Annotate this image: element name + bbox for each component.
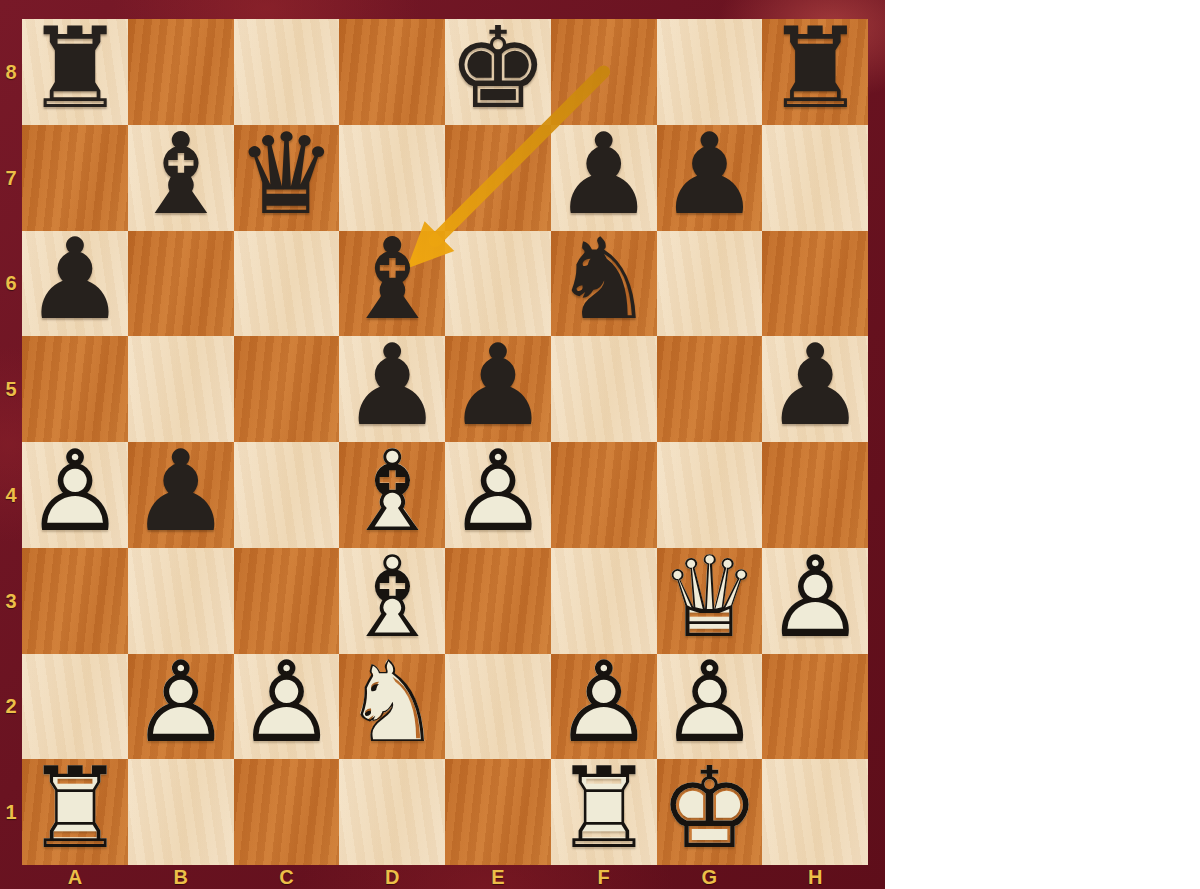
white-pawn-icon: ♟ [553,646,653,758]
white-bishop-outline-icon: ♗ [342,434,442,546]
black-rook-icon: ♜ [25,11,125,123]
rank-label-5: 5 [0,378,22,400]
white-pawn-outline-icon: ♙ [659,646,759,758]
square-a2 [22,654,128,760]
white-queen-outline-icon: ♕ [659,540,759,652]
rank-label-7: 7 [0,167,22,189]
white-bishop-outline-icon: ♗ [342,540,442,652]
square-c4 [234,442,340,548]
black-queen-icon: ♛ [236,117,336,229]
piece-white-pawn-h3: ♟♙ [762,548,868,654]
square-b6 [128,231,234,337]
piece-white-bishop-d4: ♝♗ [339,442,445,548]
chess-board-grid: ♜♚♜♝♛♟♟♟♝♞♟♟♟♟♙♟♝♗♟♙♝♗♛♕♟♙♟♙♟♙♞♘♟♙♟♙♜♖♜♖… [22,19,868,865]
white-pawn-outline-icon: ♙ [236,646,336,758]
square-c1 [234,759,340,865]
piece-black-bishop-b7: ♝ [128,125,234,231]
square-a7 [22,125,128,231]
piece-white-pawn-b2: ♟♙ [128,654,234,760]
piece-white-pawn-e4: ♟♙ [445,442,551,548]
square-h5: ♟ [762,336,868,442]
square-d3: ♝♗ [339,548,445,654]
piece-black-rook-h8: ♜ [762,19,868,125]
file-label-c: C [266,865,306,889]
black-king-icon: ♚ [448,11,548,123]
file-label-h: H [795,865,835,889]
square-d4: ♝♗ [339,442,445,548]
rank-label-6: 6 [0,272,22,294]
white-rook-outline-icon: ♖ [553,752,653,864]
square-b4: ♟ [128,442,234,548]
piece-black-pawn-d5: ♟ [339,336,445,442]
piece-black-rook-a8: ♜ [22,19,128,125]
rank-label-3: 3 [0,590,22,612]
piece-black-king-e8: ♚ [445,19,551,125]
square-g4 [657,442,763,548]
file-label-e: E [478,865,518,889]
square-e5: ♟ [445,336,551,442]
black-pawn-icon: ♟ [448,329,548,441]
square-f5 [551,336,657,442]
file-label-a: A [55,865,95,889]
white-pawn-outline-icon: ♙ [25,434,125,546]
rank-label-1: 1 [0,801,22,823]
square-c8 [234,19,340,125]
file-label-b: B [161,865,201,889]
square-d5: ♟ [339,336,445,442]
white-pawn-icon: ♟ [25,434,125,546]
black-pawn-icon: ♟ [342,329,442,441]
piece-white-king-g1: ♚♔ [657,759,763,865]
square-d6: ♝ [339,231,445,337]
square-h7 [762,125,868,231]
square-e8: ♚ [445,19,551,125]
file-label-d: D [372,865,412,889]
square-b3 [128,548,234,654]
file-label-g: G [689,865,729,889]
square-c3 [234,548,340,654]
square-b7: ♝ [128,125,234,231]
white-pawn-outline-icon: ♙ [448,434,548,546]
square-a6: ♟ [22,231,128,337]
square-h4 [762,442,868,548]
square-h8: ♜ [762,19,868,125]
black-pawn-icon: ♟ [130,434,230,546]
square-f6: ♞ [551,231,657,337]
piece-white-knight-d2: ♞♘ [339,654,445,760]
black-bishop-icon: ♝ [130,117,230,229]
white-pawn-outline-icon: ♙ [553,646,653,758]
square-h3: ♟♙ [762,548,868,654]
white-knight-outline-icon: ♘ [342,646,442,758]
white-knight-icon: ♞ [342,646,442,758]
piece-white-queen-g3: ♛♕ [657,548,763,654]
square-f2: ♟♙ [551,654,657,760]
square-f8 [551,19,657,125]
white-pawn-icon: ♟ [448,434,548,546]
file-label-f: F [584,865,624,889]
square-c6 [234,231,340,337]
white-king-outline-icon: ♔ [659,752,759,864]
black-knight-icon: ♞ [553,223,653,335]
piece-black-pawn-b4: ♟ [128,442,234,548]
square-g1: ♚♔ [657,759,763,865]
piece-black-pawn-e5: ♟ [445,336,551,442]
piece-white-pawn-f2: ♟♙ [551,654,657,760]
white-queen-icon: ♛ [659,540,759,652]
white-pawn-icon: ♟ [659,646,759,758]
white-rook-outline-icon: ♖ [25,752,125,864]
square-f7: ♟ [551,125,657,231]
square-e3 [445,548,551,654]
piece-white-pawn-g2: ♟♙ [657,654,763,760]
white-pawn-icon: ♟ [765,540,865,652]
black-bishop-icon: ♝ [342,223,442,335]
square-h1 [762,759,868,865]
square-e6 [445,231,551,337]
square-g5 [657,336,763,442]
piece-black-pawn-f7: ♟ [551,125,657,231]
white-rook-icon: ♜ [553,752,653,864]
chess-board-frame: ♜♚♜♝♛♟♟♟♝♞♟♟♟♟♙♟♝♗♟♙♝♗♛♕♟♙♟♙♟♙♞♘♟♙♟♙♜♖♜♖… [0,0,885,889]
square-a5 [22,336,128,442]
white-pawn-icon: ♟ [130,646,230,758]
piece-black-pawn-a6: ♟ [22,231,128,337]
square-c2: ♟♙ [234,654,340,760]
rank-label-4: 4 [0,484,22,506]
piece-white-bishop-d3: ♝♗ [339,548,445,654]
square-c5 [234,336,340,442]
square-a8: ♜ [22,19,128,125]
black-pawn-icon: ♟ [659,117,759,229]
black-rook-icon: ♜ [765,11,865,123]
square-d2: ♞♘ [339,654,445,760]
piece-black-pawn-g7: ♟ [657,125,763,231]
white-bishop-icon: ♝ [342,540,442,652]
square-b8 [128,19,234,125]
square-e7 [445,125,551,231]
square-g7: ♟ [657,125,763,231]
square-g3: ♛♕ [657,548,763,654]
square-h6 [762,231,868,337]
white-pawn-icon: ♟ [236,646,336,758]
white-bishop-icon: ♝ [342,434,442,546]
piece-white-rook-f1: ♜♖ [551,759,657,865]
piece-black-bishop-d6: ♝ [339,231,445,337]
white-rook-icon: ♜ [25,752,125,864]
piece-white-pawn-a4: ♟♙ [22,442,128,548]
square-a4: ♟♙ [22,442,128,548]
square-a3 [22,548,128,654]
square-d1 [339,759,445,865]
square-a1: ♜♖ [22,759,128,865]
square-h2 [762,654,868,760]
square-e4: ♟♙ [445,442,551,548]
square-d7 [339,125,445,231]
white-pawn-outline-icon: ♙ [765,540,865,652]
page-margin [885,0,1200,889]
white-king-icon: ♚ [659,752,759,864]
piece-black-queen-c7: ♛ [234,125,340,231]
square-g2: ♟♙ [657,654,763,760]
square-b2: ♟♙ [128,654,234,760]
rank-label-2: 2 [0,695,22,717]
piece-white-pawn-c2: ♟♙ [234,654,340,760]
black-pawn-icon: ♟ [553,117,653,229]
white-pawn-outline-icon: ♙ [130,646,230,758]
piece-black-pawn-h5: ♟ [762,336,868,442]
square-e1 [445,759,551,865]
square-b1 [128,759,234,865]
black-pawn-icon: ♟ [25,223,125,335]
square-e2 [445,654,551,760]
square-d8 [339,19,445,125]
square-c7: ♛ [234,125,340,231]
square-f3 [551,548,657,654]
square-b5 [128,336,234,442]
black-pawn-icon: ♟ [765,329,865,441]
square-f1: ♜♖ [551,759,657,865]
rank-label-8: 8 [0,61,22,83]
square-g8 [657,19,763,125]
piece-black-knight-f6: ♞ [551,231,657,337]
square-g6 [657,231,763,337]
piece-white-rook-a1: ♜♖ [22,759,128,865]
square-f4 [551,442,657,548]
